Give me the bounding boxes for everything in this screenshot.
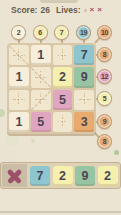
tray-tile-list: 7 2 9 2 xyxy=(30,166,118,186)
game-screen: Score: 26 Lives: × × 2 6 7 19 10 8 12 5 … xyxy=(0,0,121,215)
grid-tile-r4c2: 5 xyxy=(31,112,51,132)
grid-tile-r1c4: 7 xyxy=(74,45,94,65)
col-target-coin-4: 19 xyxy=(76,25,91,40)
top-notch-decor xyxy=(40,0,78,3)
tray-tile-2[interactable]: 2 xyxy=(53,166,73,186)
col-target-coin-3: 7 xyxy=(54,25,69,40)
tray-tile-3[interactable]: 9 xyxy=(75,166,95,186)
grid-tile-r1c2: 1 xyxy=(31,45,51,65)
grid-tile-r3c3: 5 xyxy=(53,90,73,110)
score-label: Score: xyxy=(11,5,37,15)
grid-tile-r4c4: 3 xyxy=(74,112,94,132)
grid-tile-r2c4: 9 xyxy=(74,67,94,87)
col-target-coin-1: 2 xyxy=(11,25,26,40)
screen-bottom-edge xyxy=(0,211,121,213)
tray-tile-4[interactable]: 2 xyxy=(98,166,118,186)
decor-dot xyxy=(0,109,5,117)
col-target-coin-2: 6 xyxy=(33,25,48,40)
lives-display: Lives: × × xyxy=(56,5,102,15)
row-target-coin-3: 5 xyxy=(97,91,112,106)
diag-down-target-coin: 8 xyxy=(97,134,112,149)
diagonal-guide xyxy=(31,68,50,87)
diagonal-guide xyxy=(9,46,28,65)
score-value: 26 xyxy=(40,5,49,15)
grid-cell-r3c4[interactable] xyxy=(74,90,94,110)
row-target-coin-1: 8 xyxy=(97,47,112,62)
grid-cell-r1c1[interactable] xyxy=(9,45,29,65)
row-target-coin-2: 12 xyxy=(97,69,112,84)
life-x-icon: × xyxy=(97,6,102,14)
score-display: Score: 26 xyxy=(11,5,50,15)
life-x-icon: × xyxy=(90,6,95,14)
diag-up-target-coin: 10 xyxy=(97,25,112,40)
lives-label: Lives: xyxy=(56,5,81,15)
grid-cell-r3c2[interactable] xyxy=(31,90,51,110)
grid-tile-r2c1: 1 xyxy=(9,67,29,87)
board-grid: 1 7 1 2 9 5 1 5 3 xyxy=(7,43,96,134)
decor-dot xyxy=(5,132,19,146)
tray-tile-1[interactable]: 7 xyxy=(30,166,50,186)
grid-cell-r1c3[interactable] xyxy=(53,45,73,65)
life-lost-dot-icon xyxy=(84,9,87,12)
grid-cell-r2c2[interactable] xyxy=(31,67,51,87)
grid-tile-r2c3: 2 xyxy=(53,67,73,87)
discard-tray-button[interactable] xyxy=(2,164,27,187)
grid-tile-r4c1: 1 xyxy=(9,112,29,132)
decor-dot xyxy=(114,150,119,155)
grid-cell-r3c1[interactable] xyxy=(9,90,29,110)
diagonal-guide xyxy=(31,91,50,110)
row-target-coin-4: 9 xyxy=(97,114,112,129)
grid-cell-r4c3[interactable] xyxy=(53,112,73,132)
decor-dot xyxy=(31,139,35,143)
tile-tray: 7 2 9 2 xyxy=(0,162,121,189)
